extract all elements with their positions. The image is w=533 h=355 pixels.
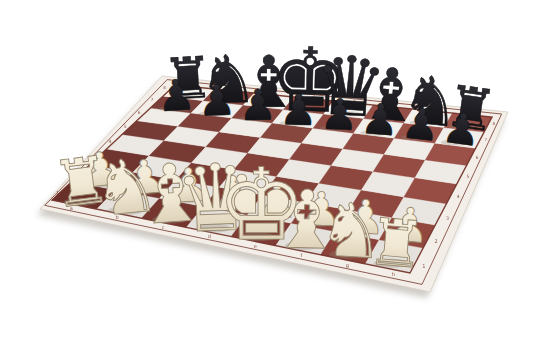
coord-rank-5-left: 5	[124, 124, 127, 129]
coord-rank-6-left: 6	[138, 110, 141, 115]
piece-black-pawn-f7: ♟	[359, 93, 401, 146]
piece-black-pawn-d7: ♟	[279, 84, 318, 135]
piece-black-pawn-e7: ♟	[319, 88, 360, 140]
chess-set-photo: aabbccddeeffgghh1122334455667788♜♞♝♚♛♝♞♜…	[0, 0, 533, 355]
piece-black-pawn-c7: ♟	[238, 80, 277, 130]
piece-black-pawn-h7: ♟	[439, 102, 484, 157]
coord-rank-4-right: 4	[457, 194, 460, 199]
coord-rank-5-right: 5	[467, 174, 470, 179]
piece-black-pawn-b7: ♟	[197, 74, 237, 125]
chessboard: aabbccddeeffgghh1122334455667788♜♞♝♚♛♝♞♜…	[0, 0, 533, 355]
piece-black-pawn-a7: ♟	[155, 69, 196, 121]
coord-rank-7-left: 7	[151, 97, 154, 102]
piece-black-pawn-g7: ♟	[399, 97, 442, 151]
coord-rank-3-right: 3	[446, 216, 449, 221]
piece-white-rook-h1: ♜	[365, 203, 429, 283]
coord-rank-2-right: 2	[435, 238, 438, 244]
